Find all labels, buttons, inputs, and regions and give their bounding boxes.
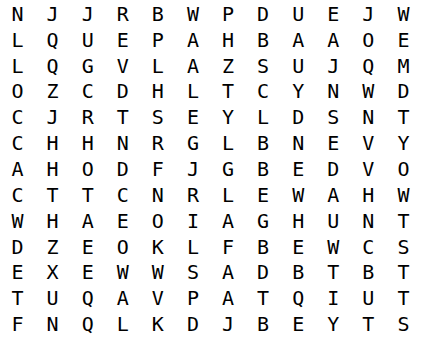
grid-cell[interactable]: R: [175, 182, 210, 208]
grid-cell[interactable]: U: [70, 27, 105, 53]
grid-cell[interactable]: F: [0, 311, 35, 337]
grid-cell[interactable]: A: [210, 285, 245, 311]
grid-cell[interactable]: E: [105, 27, 140, 53]
grid-cell[interactable]: J: [316, 53, 351, 79]
grid-cell[interactable]: S: [140, 104, 175, 130]
grid-cell[interactable]: E: [316, 1, 351, 27]
grid-cell[interactable]: L: [105, 311, 140, 337]
grid-cell[interactable]: L: [175, 234, 210, 260]
grid-cell[interactable]: A: [175, 53, 210, 79]
grid-cell[interactable]: U: [35, 285, 70, 311]
grid-cell[interactable]: C: [0, 182, 35, 208]
grid-cell[interactable]: M: [386, 53, 421, 79]
grid-cell[interactable]: D: [105, 156, 140, 182]
grid-cell[interactable]: A: [105, 285, 140, 311]
grid-cell[interactable]: E: [316, 130, 351, 156]
grid-cell[interactable]: K: [140, 234, 175, 260]
grid-cell[interactable]: L: [0, 53, 35, 79]
grid-cell[interactable]: F: [210, 234, 245, 260]
grid-cell[interactable]: N: [0, 1, 35, 27]
grid-cell[interactable]: B: [246, 234, 281, 260]
grid-cell[interactable]: U: [281, 1, 316, 27]
grid-cell[interactable]: J: [175, 156, 210, 182]
grid-cell[interactable]: U: [316, 208, 351, 234]
grid-cell[interactable]: Z: [35, 79, 70, 105]
grid-cell[interactable]: E: [246, 182, 281, 208]
grid-cell[interactable]: E: [70, 259, 105, 285]
grid-cell[interactable]: Y: [281, 79, 316, 105]
grid-cell[interactable]: E: [0, 259, 35, 285]
grid-cell[interactable]: A: [210, 208, 245, 234]
grid-cell[interactable]: Q: [70, 285, 105, 311]
grid-cell[interactable]: G: [210, 156, 245, 182]
grid-cell[interactable]: E: [281, 311, 316, 337]
grid-cell[interactable]: T: [351, 311, 386, 337]
grid-cell[interactable]: O: [105, 234, 140, 260]
grid-cell[interactable]: W: [386, 182, 421, 208]
grid-cell[interactable]: S: [175, 259, 210, 285]
grid-cell[interactable]: A: [210, 259, 245, 285]
grid-cell[interactable]: W: [0, 208, 35, 234]
grid-cell[interactable]: C: [351, 234, 386, 260]
grid-cell[interactable]: O: [351, 27, 386, 53]
grid-cell[interactable]: F: [140, 156, 175, 182]
grid-cell[interactable]: V: [140, 285, 175, 311]
grid-cell[interactable]: N: [281, 130, 316, 156]
grid-cell[interactable]: E: [70, 234, 105, 260]
grid-cell[interactable]: S: [386, 234, 421, 260]
grid-cell[interactable]: H: [351, 182, 386, 208]
grid-cell[interactable]: T: [386, 259, 421, 285]
grid-cell[interactable]: D: [281, 104, 316, 130]
grid-cell[interactable]: L: [140, 53, 175, 79]
grid-cell[interactable]: B: [246, 156, 281, 182]
grid-cell[interactable]: Q: [351, 53, 386, 79]
grid-cell[interactable]: Q: [281, 285, 316, 311]
grid-cell[interactable]: O: [140, 208, 175, 234]
grid-cell[interactable]: T: [35, 182, 70, 208]
grid-cell[interactable]: U: [351, 285, 386, 311]
grid-cell[interactable]: W: [316, 234, 351, 260]
grid-cell[interactable]: C: [246, 79, 281, 105]
grid-cell[interactable]: N: [35, 311, 70, 337]
grid-cell[interactable]: L: [175, 79, 210, 105]
grid-cell[interactable]: I: [175, 208, 210, 234]
grid-cell[interactable]: W: [105, 259, 140, 285]
grid-cell[interactable]: B: [140, 1, 175, 27]
grid-cell[interactable]: X: [35, 259, 70, 285]
grid-cell[interactable]: R: [70, 104, 105, 130]
grid-cell[interactable]: D: [246, 259, 281, 285]
grid-cell[interactable]: P: [210, 1, 245, 27]
grid-cell[interactable]: T: [246, 285, 281, 311]
grid-cell[interactable]: J: [210, 311, 245, 337]
grid-cell[interactable]: E: [281, 234, 316, 260]
grid-cell[interactable]: A: [175, 27, 210, 53]
grid-cell[interactable]: D: [246, 1, 281, 27]
grid-cell[interactable]: B: [246, 130, 281, 156]
grid-cell[interactable]: W: [140, 259, 175, 285]
grid-cell[interactable]: N: [351, 208, 386, 234]
grid-cell[interactable]: T: [386, 104, 421, 130]
grid-cell[interactable]: E: [386, 27, 421, 53]
grid-cell[interactable]: T: [316, 259, 351, 285]
grid-cell[interactable]: G: [70, 53, 105, 79]
grid-cell[interactable]: W: [386, 1, 421, 27]
grid-cell[interactable]: P: [175, 285, 210, 311]
grid-cell[interactable]: Q: [35, 53, 70, 79]
grid-cell[interactable]: L: [246, 104, 281, 130]
grid-cell[interactable]: W: [281, 182, 316, 208]
grid-cell[interactable]: Q: [70, 311, 105, 337]
grid-cell[interactable]: L: [210, 130, 245, 156]
grid-cell[interactable]: J: [351, 1, 386, 27]
grid-cell[interactable]: H: [35, 156, 70, 182]
grid-cell[interactable]: A: [70, 208, 105, 234]
grid-cell[interactable]: Y: [316, 311, 351, 337]
grid-cell[interactable]: T: [70, 182, 105, 208]
grid-cell[interactable]: G: [175, 130, 210, 156]
grid-cell[interactable]: Z: [210, 53, 245, 79]
grid-cell[interactable]: D: [386, 79, 421, 105]
grid-cell[interactable]: D: [105, 79, 140, 105]
grid-cell[interactable]: B: [351, 259, 386, 285]
grid-cell[interactable]: E: [175, 104, 210, 130]
grid-cell[interactable]: P: [140, 27, 175, 53]
grid-cell[interactable]: O: [386, 156, 421, 182]
grid-cell[interactable]: Y: [386, 130, 421, 156]
grid-cell[interactable]: H: [70, 130, 105, 156]
grid-cell[interactable]: N: [140, 182, 175, 208]
grid-cell[interactable]: T: [386, 285, 421, 311]
grid-cell[interactable]: N: [351, 104, 386, 130]
grid-cell[interactable]: U: [281, 53, 316, 79]
grid-cell[interactable]: T: [386, 208, 421, 234]
grid-cell[interactable]: S: [246, 53, 281, 79]
grid-cell[interactable]: V: [351, 156, 386, 182]
grid-cell[interactable]: O: [0, 79, 35, 105]
grid-cell[interactable]: A: [281, 27, 316, 53]
word-search-grid: NJJRBWPDUEJWLQUEPAHBAAOELQGVLAZSUJQMOZCD…: [0, 0, 424, 338]
grid-cell[interactable]: K: [140, 311, 175, 337]
grid-cell[interactable]: E: [281, 156, 316, 182]
grid-cell[interactable]: D: [175, 311, 210, 337]
grid-cell[interactable]: Z: [35, 234, 70, 260]
grid-cell[interactable]: A: [316, 182, 351, 208]
grid-cell[interactable]: R: [140, 130, 175, 156]
grid-cell[interactable]: V: [105, 53, 140, 79]
grid-cell[interactable]: H: [210, 27, 245, 53]
grid-cell[interactable]: N: [105, 130, 140, 156]
grid-cell[interactable]: T: [210, 79, 245, 105]
grid-cell[interactable]: H: [281, 208, 316, 234]
grid-cell[interactable]: L: [210, 182, 245, 208]
grid-cell[interactable]: W: [351, 79, 386, 105]
grid-cell[interactable]: T: [0, 285, 35, 311]
grid-cell[interactable]: B: [246, 311, 281, 337]
grid-cell[interactable]: C: [105, 182, 140, 208]
grid-cell[interactable]: O: [70, 156, 105, 182]
grid-cell[interactable]: S: [386, 311, 421, 337]
grid-cell[interactable]: V: [351, 130, 386, 156]
grid-cell[interactable]: Q: [35, 27, 70, 53]
grid-cell[interactable]: G: [246, 208, 281, 234]
grid-cell[interactable]: H: [35, 208, 70, 234]
grid-cell[interactable]: D: [316, 156, 351, 182]
grid-cell[interactable]: I: [316, 285, 351, 311]
grid-cell[interactable]: H: [140, 79, 175, 105]
grid-cell[interactable]: L: [0, 27, 35, 53]
grid-cell[interactable]: R: [105, 1, 140, 27]
grid-cell[interactable]: H: [35, 130, 70, 156]
grid-cell[interactable]: N: [316, 79, 351, 105]
grid-cell[interactable]: A: [0, 156, 35, 182]
grid-cell[interactable]: J: [35, 104, 70, 130]
grid-cell[interactable]: Y: [210, 104, 245, 130]
grid-cell[interactable]: E: [105, 208, 140, 234]
grid-cell[interactable]: D: [0, 234, 35, 260]
grid-cell[interactable]: B: [281, 259, 316, 285]
grid-cell[interactable]: W: [175, 1, 210, 27]
grid-cell[interactable]: S: [316, 104, 351, 130]
grid-cell[interactable]: C: [0, 104, 35, 130]
grid-cell[interactable]: J: [70, 1, 105, 27]
grid-cell[interactable]: T: [105, 104, 140, 130]
grid-cell[interactable]: A: [316, 27, 351, 53]
grid-cell[interactable]: J: [35, 1, 70, 27]
grid-cell[interactable]: B: [246, 27, 281, 53]
grid-cell[interactable]: C: [0, 130, 35, 156]
grid-cell[interactable]: C: [70, 79, 105, 105]
